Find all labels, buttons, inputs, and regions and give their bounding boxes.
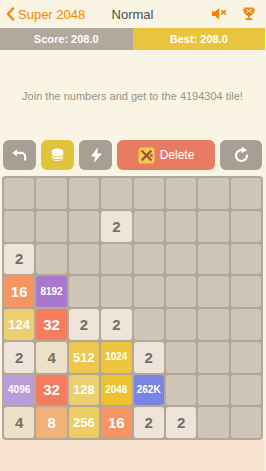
back-button[interactable]: Super 2048: [5, 6, 85, 22]
tile-16[interactable]: 16: [4, 276, 34, 307]
empty-cell: [166, 276, 196, 307]
empty-cell: [69, 276, 99, 307]
empty-cell: [101, 178, 131, 209]
empty-cell: [4, 211, 34, 242]
empty-cell: [198, 178, 228, 209]
tile-2[interactable]: 2: [166, 407, 196, 438]
tile-1024[interactable]: 1024: [101, 342, 131, 373]
tile-2[interactable]: 2: [134, 342, 164, 373]
delete-label: Delete: [160, 148, 195, 162]
tile-2[interactable]: 2: [69, 309, 99, 340]
empty-cell: [198, 309, 228, 340]
empty-cell: [231, 407, 261, 438]
empty-cell: [198, 342, 228, 373]
tile-4096[interactable]: 4096: [4, 375, 34, 406]
tile-2[interactable]: 2: [101, 211, 131, 242]
empty-cell: [36, 244, 66, 275]
tile-2[interactable]: 2: [4, 244, 34, 275]
empty-cell: [198, 375, 228, 406]
empty-cell: [4, 178, 34, 209]
instruction-text: Join the numbers and get to the 4194304 …: [0, 90, 265, 102]
empty-cell: [166, 178, 196, 209]
tile-32[interactable]: 32: [36, 309, 66, 340]
refresh-icon: [232, 146, 251, 165]
tile-2[interactable]: 2: [4, 342, 34, 373]
trophy-icon[interactable]: [241, 6, 257, 22]
tile-32[interactable]: 32: [36, 375, 66, 406]
empty-cell: [166, 309, 196, 340]
empty-cell: [198, 276, 228, 307]
tile-8[interactable]: 8: [36, 407, 66, 438]
pickaxe-icon: [138, 147, 155, 164]
empty-cell: [101, 276, 131, 307]
empty-cell: [101, 244, 131, 275]
tile-2[interactable]: 2: [134, 407, 164, 438]
tile-2048[interactable]: 2048: [101, 375, 131, 406]
empty-cell: [69, 211, 99, 242]
score-bar: Score: 208.0 Best: 208.0: [0, 28, 265, 50]
empty-cell: [231, 375, 261, 406]
empty-cell: [231, 244, 261, 275]
tile-512[interactable]: 512: [69, 342, 99, 373]
empty-cell: [198, 211, 228, 242]
empty-cell: [198, 407, 228, 438]
empty-cell: [198, 244, 228, 275]
empty-cell: [134, 211, 164, 242]
back-label: Super 2048: [18, 7, 85, 22]
tile-128[interactable]: 128: [69, 375, 99, 406]
empty-cell: [134, 276, 164, 307]
toolbar: Delete: [3, 140, 262, 170]
tile-4[interactable]: 4: [4, 407, 34, 438]
bottom-strip: [0, 440, 265, 471]
empty-cell: [134, 178, 164, 209]
delete-button[interactable]: Delete: [117, 140, 215, 170]
empty-cell: [166, 375, 196, 406]
tile-2[interactable]: 2: [101, 309, 131, 340]
empty-cell: [166, 211, 196, 242]
empty-cell: [231, 309, 261, 340]
empty-cell: [166, 342, 196, 373]
restart-button[interactable]: [220, 140, 262, 170]
empty-cell: [69, 244, 99, 275]
empty-cell: [231, 211, 261, 242]
empty-cell: [36, 178, 66, 209]
score-value: Score: 208.0: [0, 28, 133, 50]
back-chevron-icon: [5, 6, 16, 22]
lightning-bolt-icon: [87, 146, 105, 164]
coins-button[interactable]: [41, 140, 74, 170]
empty-cell: [166, 244, 196, 275]
coins-stack-icon: [48, 146, 67, 165]
undo-button[interactable]: [3, 140, 36, 170]
empty-cell: [134, 309, 164, 340]
empty-cell: [134, 244, 164, 275]
tile-4[interactable]: 4: [36, 342, 66, 373]
best-score-value: Best: 208.0: [133, 28, 266, 50]
empty-cell: [231, 178, 261, 209]
tile-262K[interactable]: 262K: [134, 375, 164, 406]
empty-cell: [231, 342, 261, 373]
empty-cell: [231, 276, 261, 307]
mute-speaker-icon[interactable]: [211, 6, 228, 22]
empty-cell: [36, 211, 66, 242]
tile-256[interactable]: 256: [69, 407, 99, 438]
header: Super 2048 Normal: [0, 0, 265, 28]
tile-8192[interactable]: 8192: [36, 276, 66, 307]
lightning-button[interactable]: [79, 140, 112, 170]
empty-cell: [69, 178, 99, 209]
tile-16[interactable]: 16: [101, 407, 131, 438]
board[interactable]: 2216819212432222451210242409632128204826…: [2, 176, 263, 440]
tile-124[interactable]: 124: [4, 309, 34, 340]
undo-icon: [10, 146, 29, 164]
